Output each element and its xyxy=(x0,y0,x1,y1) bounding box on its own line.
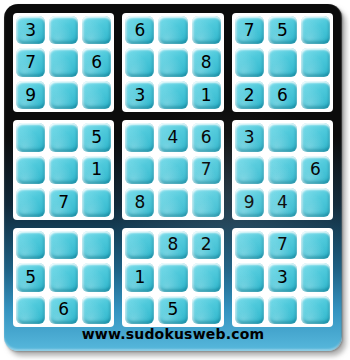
box-r2c3: 3694 xyxy=(232,120,333,219)
cell-r8c5[interactable] xyxy=(158,263,187,291)
cell-r1c7: 7 xyxy=(235,16,264,44)
cell-r5c8[interactable] xyxy=(268,156,297,184)
box-r3c2: 8215 xyxy=(122,228,223,327)
cell-r6c2: 7 xyxy=(49,188,78,216)
cell-r9c7[interactable] xyxy=(235,296,264,324)
cell-r5c5[interactable] xyxy=(158,156,187,184)
cell-r1c1: 3 xyxy=(16,16,45,44)
box-r3c1: 56 xyxy=(13,228,114,327)
cell-r7c3[interactable] xyxy=(82,231,111,259)
cell-r3c6: 1 xyxy=(192,81,221,109)
cell-r2c3: 6 xyxy=(82,48,111,76)
cell-r1c4: 6 xyxy=(125,16,154,44)
cell-r4c6: 6 xyxy=(192,123,221,151)
screenshot-canvas: 3769683175265174678369456821573 www.sudo… xyxy=(0,0,350,360)
cell-r4c7: 3 xyxy=(235,123,264,151)
cell-r2c5[interactable] xyxy=(158,48,187,76)
cell-r3c2[interactable] xyxy=(49,81,78,109)
cell-r2c2[interactable] xyxy=(49,48,78,76)
box-r1c3: 7526 xyxy=(232,13,333,112)
cell-r3c1: 9 xyxy=(16,81,45,109)
cell-r2c7[interactable] xyxy=(235,48,264,76)
cell-r2c9[interactable] xyxy=(301,48,330,76)
cell-r5c2[interactable] xyxy=(49,156,78,184)
cell-r4c1[interactable] xyxy=(16,123,45,151)
cell-r8c2[interactable] xyxy=(49,263,78,291)
cell-r5c3: 1 xyxy=(82,156,111,184)
cell-r5c7[interactable] xyxy=(235,156,264,184)
cell-r3c4: 3 xyxy=(125,81,154,109)
cell-r7c6: 2 xyxy=(192,231,221,259)
cell-r8c1: 5 xyxy=(16,263,45,291)
cell-r7c8: 7 xyxy=(268,231,297,259)
cell-r5c4[interactable] xyxy=(125,156,154,184)
cell-r4c3: 5 xyxy=(82,123,111,151)
cell-r6c4: 8 xyxy=(125,188,154,216)
cell-r6c6[interactable] xyxy=(192,188,221,216)
cell-r1c8: 5 xyxy=(268,16,297,44)
box-r3c3: 73 xyxy=(232,228,333,327)
cell-r9c9[interactable] xyxy=(301,296,330,324)
cell-r9c6[interactable] xyxy=(192,296,221,324)
cell-r9c3[interactable] xyxy=(82,296,111,324)
cell-r3c8: 6 xyxy=(268,81,297,109)
cell-r1c6[interactable] xyxy=(192,16,221,44)
box-r1c1: 3769 xyxy=(13,13,114,112)
cell-r4c9[interactable] xyxy=(301,123,330,151)
cell-r8c6[interactable] xyxy=(192,263,221,291)
cell-r6c1[interactable] xyxy=(16,188,45,216)
cell-r7c7[interactable] xyxy=(235,231,264,259)
cell-r7c1[interactable] xyxy=(16,231,45,259)
cell-r7c4[interactable] xyxy=(125,231,154,259)
cell-r5c1[interactable] xyxy=(16,156,45,184)
cell-r4c5: 4 xyxy=(158,123,187,151)
cell-r6c7: 9 xyxy=(235,188,264,216)
cell-r2c4[interactable] xyxy=(125,48,154,76)
cell-r8c7[interactable] xyxy=(235,263,264,291)
cell-r7c2[interactable] xyxy=(49,231,78,259)
site-url-label: www.sudokusweb.com xyxy=(4,326,342,346)
cell-r9c4[interactable] xyxy=(125,296,154,324)
cell-r3c3[interactable] xyxy=(82,81,111,109)
cell-r1c2[interactable] xyxy=(49,16,78,44)
cell-r3c5[interactable] xyxy=(158,81,187,109)
box-r2c2: 4678 xyxy=(122,120,223,219)
cell-r9c1[interactable] xyxy=(16,296,45,324)
cell-r5c6: 7 xyxy=(192,156,221,184)
cell-r9c5: 5 xyxy=(158,296,187,324)
cell-r6c5[interactable] xyxy=(158,188,187,216)
box-r1c2: 6831 xyxy=(122,13,223,112)
cell-r8c9[interactable] xyxy=(301,263,330,291)
cell-r2c6: 8 xyxy=(192,48,221,76)
cell-r9c8[interactable] xyxy=(268,296,297,324)
cell-r9c2: 6 xyxy=(49,296,78,324)
cell-r2c8[interactable] xyxy=(268,48,297,76)
cell-r4c4[interactable] xyxy=(125,123,154,151)
sudoku-plaque: 3769683175265174678369456821573 www.sudo… xyxy=(4,4,342,351)
cell-r4c8[interactable] xyxy=(268,123,297,151)
cell-r8c8: 3 xyxy=(268,263,297,291)
cell-r7c9[interactable] xyxy=(301,231,330,259)
cell-r1c5[interactable] xyxy=(158,16,187,44)
cell-r4c2[interactable] xyxy=(49,123,78,151)
cell-r6c8: 4 xyxy=(268,188,297,216)
cell-r6c3[interactable] xyxy=(82,188,111,216)
cell-r5c9: 6 xyxy=(301,156,330,184)
cell-r3c7: 2 xyxy=(235,81,264,109)
cell-r2c1: 7 xyxy=(16,48,45,76)
cell-r6c9[interactable] xyxy=(301,188,330,216)
cell-r1c9[interactable] xyxy=(301,16,330,44)
cell-r8c3[interactable] xyxy=(82,263,111,291)
cell-r1c3[interactable] xyxy=(82,16,111,44)
cell-r3c9[interactable] xyxy=(301,81,330,109)
box-r2c1: 517 xyxy=(13,120,114,219)
sudoku-board: 3769683175265174678369456821573 xyxy=(13,13,333,327)
cell-r7c5: 8 xyxy=(158,231,187,259)
cell-r8c4: 1 xyxy=(125,263,154,291)
